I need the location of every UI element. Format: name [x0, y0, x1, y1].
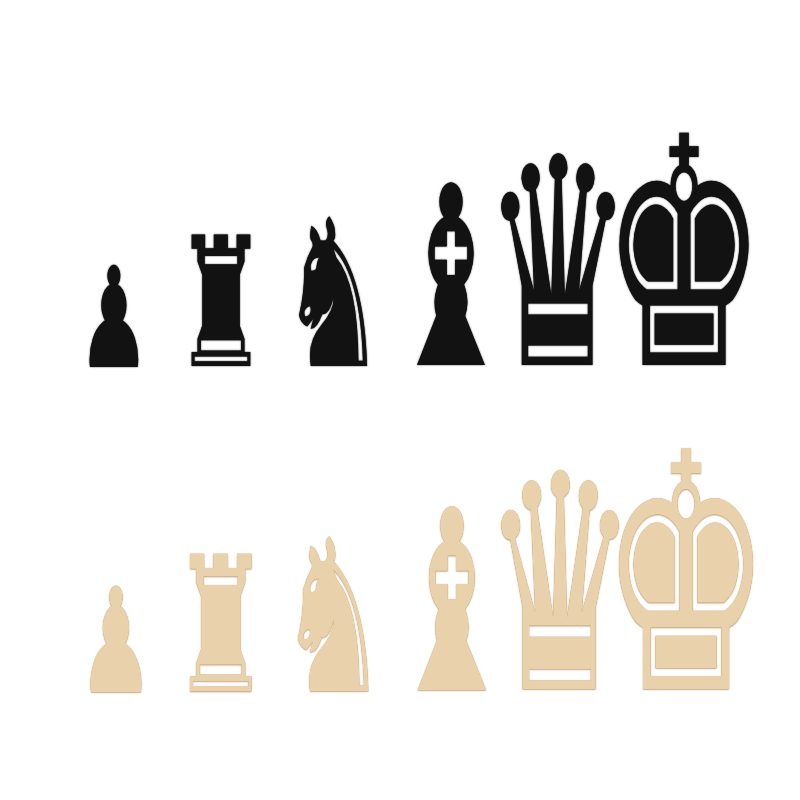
black-king: ♚ — [601, 96, 766, 414]
black-knight: ♞ — [280, 193, 387, 398]
chess-set-photo: ♟ ♜ ♞ ♝ ♛ ♚ ♟ ♜ ♞ ♝ ♛ ♚ — [0, 0, 800, 800]
white-rook: ♜ — [172, 532, 270, 720]
white-knight: ♞ — [278, 512, 388, 724]
black-rook: ♜ — [174, 214, 268, 394]
white-pawn: ♟ — [78, 568, 154, 714]
white-king: ♚ — [600, 410, 772, 740]
black-pawn: ♟ — [78, 249, 151, 389]
